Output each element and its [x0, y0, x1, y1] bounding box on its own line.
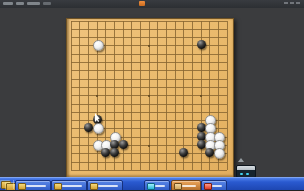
titlebar-text-block	[43, 2, 51, 5]
stone-white	[214, 148, 225, 159]
titlebar-text-block	[27, 2, 40, 5]
star-point	[148, 95, 150, 97]
widget-indicator-icon	[240, 173, 243, 175]
grid-line-horizontal	[71, 104, 227, 105]
titlebar-status-icon	[296, 2, 300, 4]
grid-line-vertical	[175, 21, 176, 170]
grid-line-horizontal	[71, 153, 227, 154]
screen	[0, 0, 304, 190]
titlebar-status-icon	[290, 2, 294, 4]
floating-widget-titlebar	[237, 166, 255, 170]
grid-line-vertical	[192, 21, 193, 170]
stone-black	[110, 148, 119, 157]
grid-line-horizontal	[71, 170, 227, 171]
grid-line-horizontal	[71, 162, 227, 163]
taskbar-window-button[interactable]	[15, 180, 51, 191]
go-board[interactable]	[66, 18, 234, 178]
stone-black	[197, 140, 206, 149]
taskbar-button-label-block	[182, 185, 196, 188]
stone-black	[205, 148, 214, 157]
folder-icon	[90, 183, 98, 190]
stone-black	[84, 123, 93, 132]
star-point	[96, 95, 98, 97]
taskbar-button-label-block	[155, 185, 165, 188]
stone-black	[119, 140, 128, 149]
stone-black	[179, 148, 188, 157]
taskbar-button-label-block	[98, 185, 118, 188]
grid-line-vertical	[157, 21, 158, 170]
red-icon	[204, 183, 212, 190]
app-background	[0, 8, 304, 177]
grid-line-vertical	[166, 21, 167, 170]
taskbar-button-label-block	[212, 185, 222, 188]
pointer-triangle	[238, 158, 244, 162]
taskbar-button-label-block	[62, 185, 82, 188]
taskbar-window-button[interactable]	[171, 180, 201, 191]
star-point	[200, 95, 202, 97]
taskbar-window-button[interactable]	[87, 180, 123, 191]
star-point	[148, 145, 150, 147]
grid-line-vertical	[227, 21, 228, 170]
titlebar-status-icon	[284, 2, 288, 4]
star-point	[148, 45, 150, 47]
taskbar-window-button[interactable]	[144, 180, 170, 191]
taskbar-window-button[interactable]	[51, 180, 87, 191]
stone-white	[93, 40, 104, 51]
widget-indicator-icon	[246, 173, 249, 175]
cyan-icon	[147, 183, 155, 190]
taskbar	[0, 177, 304, 190]
app-icon[interactable]	[139, 1, 145, 6]
titlebar-text-block	[16, 2, 24, 5]
titlebar-text-block	[3, 2, 13, 5]
taskbar-button-label-block	[26, 185, 46, 188]
stone-white	[93, 123, 104, 134]
taskbar-separator	[13, 180, 14, 189]
stone-black	[197, 40, 206, 49]
stone-black	[101, 148, 110, 157]
tan-icon	[174, 183, 182, 190]
taskbar-window-button[interactable]	[201, 180, 227, 191]
folder-icon	[18, 183, 26, 190]
folder-icon	[54, 183, 62, 190]
grid-line-horizontal	[71, 112, 227, 113]
